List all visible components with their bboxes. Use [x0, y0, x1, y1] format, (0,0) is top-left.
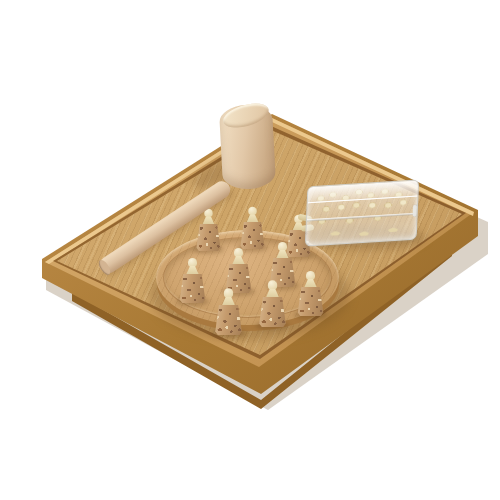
peg-cork-body: [240, 222, 265, 249]
peg-cap: [276, 242, 289, 259]
peg-cap: [246, 207, 258, 223]
peg-cap: [304, 271, 317, 288]
cork-peg[interactable]: [196, 209, 221, 251]
mallet-head[interactable]: [219, 104, 276, 191]
board-cell: [224, 296, 271, 341]
peg-cap-knob-icon: [278, 242, 287, 251]
peg-cap-knob-icon: [248, 207, 256, 215]
board-cell: [177, 296, 224, 341]
peg-cork-body: [196, 224, 221, 251]
peg-cap-knob-icon: [306, 271, 315, 280]
peg-grid: [177, 206, 318, 290]
cork-peg[interactable]: [225, 248, 252, 293]
cork-peg[interactable]: [240, 207, 265, 249]
scene: [0, 0, 500, 500]
peg-cap-knob-icon: [234, 248, 243, 257]
peg-cap: [232, 248, 245, 265]
peg-cap-knob-icon: [188, 258, 197, 267]
spare-peg-box[interactable]: [305, 179, 419, 246]
peg-cap-knob-icon: [268, 280, 277, 289]
box-clasp-icon: [413, 205, 419, 217]
board-cell: [224, 206, 271, 251]
peg-cork-body: [297, 287, 324, 316]
peg-cap: [186, 258, 199, 275]
cork-peg[interactable]: [297, 271, 324, 316]
board-cell: [271, 296, 318, 341]
